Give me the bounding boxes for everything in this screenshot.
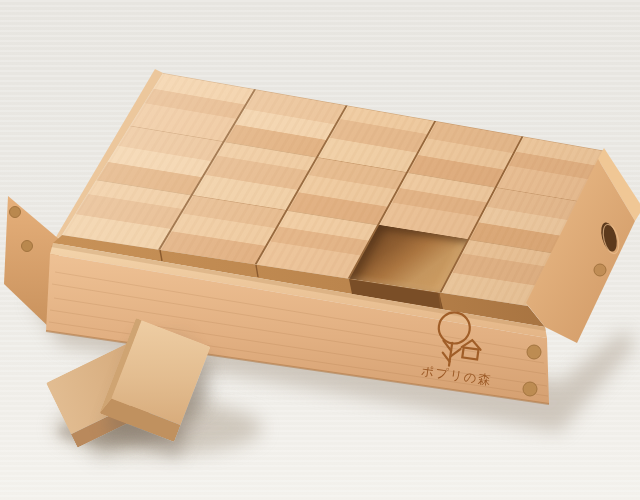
block-seam xyxy=(256,265,258,277)
tree-and-house-icon xyxy=(434,310,486,369)
blocks-grid xyxy=(62,73,606,306)
scene: ポプリの森 xyxy=(0,0,640,500)
dowel-plug xyxy=(527,345,541,359)
right-rim xyxy=(598,148,640,221)
handle-slot[interactable] xyxy=(598,221,619,254)
tray-left-face xyxy=(4,196,60,331)
block-seam xyxy=(439,293,441,308)
dowel-plug xyxy=(594,264,606,276)
dowel-plug xyxy=(10,207,21,218)
logo-text: ポプリの森 xyxy=(420,363,493,388)
brand-logo: ポプリの森 xyxy=(420,309,500,388)
dowel-plug xyxy=(523,382,537,396)
handle-slot-highlight xyxy=(600,223,621,256)
block-seam xyxy=(160,250,162,261)
tray-top xyxy=(62,73,606,306)
dowel-plug xyxy=(22,241,33,252)
